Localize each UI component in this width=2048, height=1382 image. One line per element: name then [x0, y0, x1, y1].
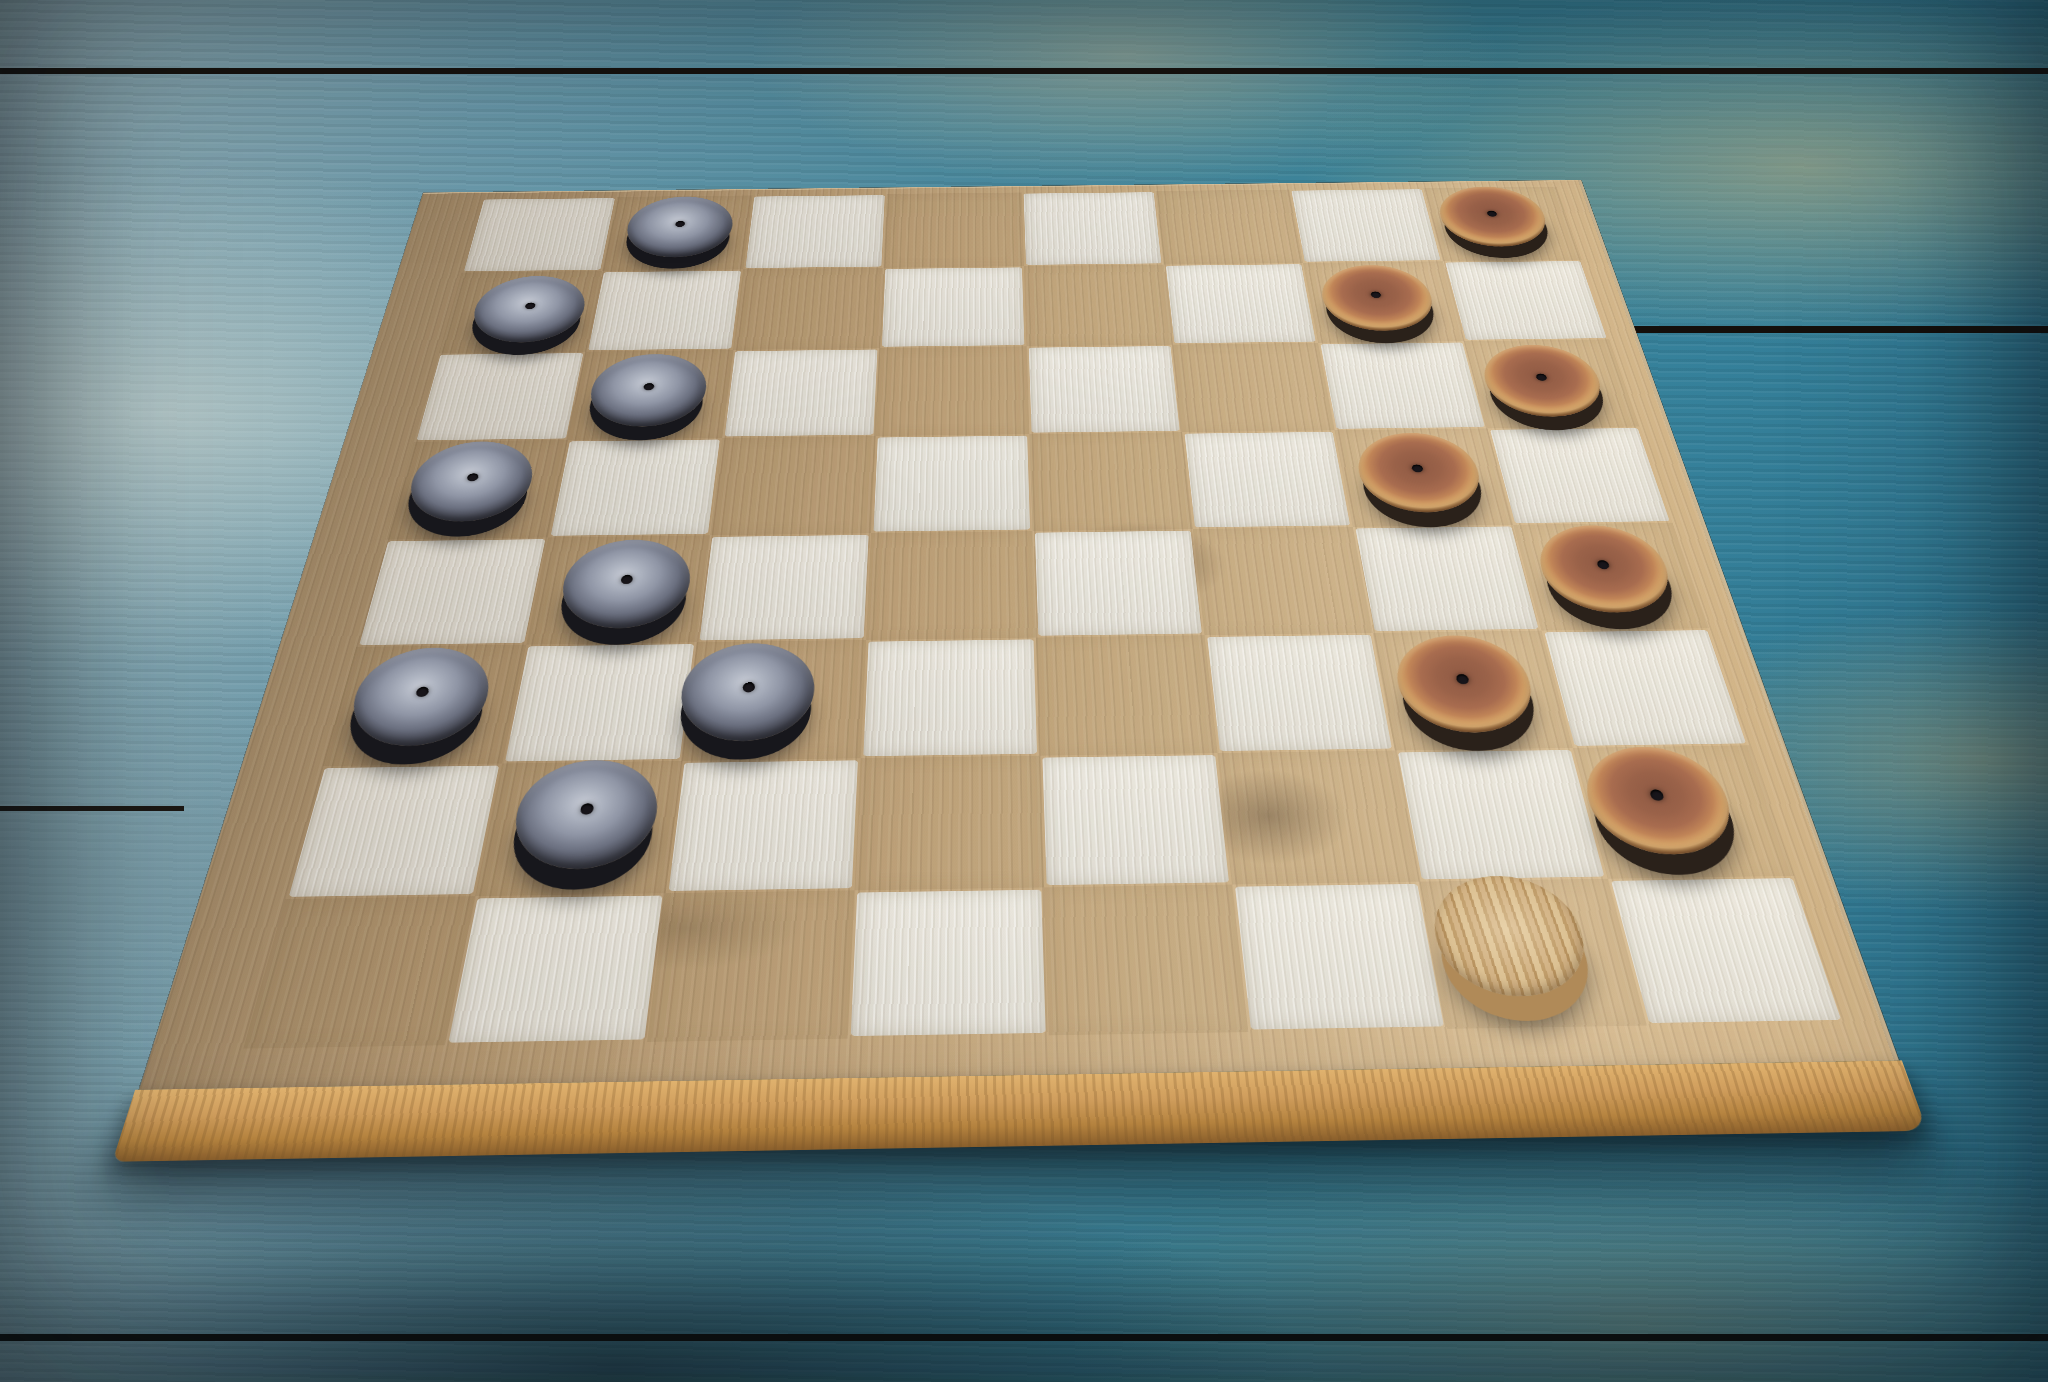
square-r2c8-painted — [1443, 260, 1610, 341]
square-r4c6-painted — [1182, 430, 1353, 528]
square-r4c4-painted — [871, 434, 1032, 533]
square-r2c2-painted — [586, 269, 743, 351]
square-r7c8-wood[interactable] — [1572, 745, 1794, 878]
square-r7c3-painted — [665, 758, 860, 893]
square-r5c7-painted — [1353, 525, 1541, 633]
table-surface — [0, 0, 2048, 1382]
square-r3c1-painted — [414, 352, 586, 442]
square-r1c4-wood[interactable] — [883, 193, 1023, 268]
square-r7c5-painted — [1039, 753, 1232, 887]
square-r1c1-painted — [461, 197, 617, 273]
square-r8c5-wood[interactable] — [1044, 884, 1249, 1035]
square-r2c7-wood[interactable] — [1303, 261, 1464, 343]
square-r2c6-painted — [1164, 263, 1319, 345]
square-r2c3-wood[interactable] — [733, 268, 883, 350]
square-r6c3-wood[interactable] — [682, 640, 866, 761]
checker-light-r4c7[interactable] — [1351, 432, 1487, 512]
checker-dark-r4c1[interactable] — [401, 441, 540, 522]
square-r1c5-painted — [1021, 191, 1163, 266]
square-r6c1-wood[interactable] — [323, 644, 527, 766]
board-front-edge — [112, 1060, 1927, 1161]
square-r7c4-wood[interactable] — [855, 755, 1044, 890]
checker-dark-r6c1[interactable] — [341, 647, 498, 747]
square-r5c1-painted — [356, 537, 548, 647]
square-r4c8-painted — [1487, 427, 1672, 525]
square-r5c6-wood[interactable] — [1193, 527, 1373, 635]
square-r4c5-wood[interactable] — [1029, 432, 1193, 530]
square-r1c6-wood[interactable] — [1155, 190, 1303, 265]
checker-light-r5c8[interactable] — [1530, 525, 1680, 613]
checkers-board — [139, 180, 1899, 1090]
square-r5c3-painted — [697, 533, 872, 642]
square-r1c2-wood[interactable] — [602, 195, 752, 271]
square-r8c7-wood[interactable] — [1420, 879, 1647, 1029]
checker-light-r3c8[interactable] — [1476, 344, 1611, 417]
square-r4c3-wood[interactable] — [710, 436, 876, 535]
square-r4c2-painted — [548, 438, 722, 537]
checker-dark-r3c2[interactable] — [584, 353, 710, 427]
square-r7c1-painted — [285, 763, 502, 899]
square-r3c4-wood[interactable] — [876, 346, 1029, 436]
square-r8c6-painted — [1232, 882, 1448, 1033]
checker-dark-r7c2[interactable] — [506, 759, 663, 869]
square-r6c6-painted — [1204, 633, 1395, 753]
square-r1c7-painted — [1289, 188, 1442, 263]
square-r8c3-wood[interactable] — [647, 890, 855, 1042]
square-r3c7-painted — [1318, 341, 1487, 430]
checker-light-r1c8[interactable] — [1433, 186, 1554, 247]
checker-dark-r2c1[interactable] — [466, 275, 591, 343]
square-r3c8-wood[interactable] — [1464, 340, 1639, 429]
square-r7c2-wood[interactable] — [476, 761, 682, 896]
checker-dark-r1c2[interactable] — [622, 196, 736, 258]
square-r8c4-painted — [848, 887, 1048, 1038]
square-r6c4-painted — [861, 637, 1040, 758]
square-r6c7-wood[interactable] — [1373, 630, 1572, 750]
board-perspective-wrap — [139, 180, 1899, 1090]
square-r3c2-wood[interactable] — [568, 350, 733, 440]
checker-light-r7c8[interactable] — [1575, 746, 1745, 855]
square-r6c2-painted — [503, 642, 697, 763]
checker-dark-r6c3[interactable] — [676, 643, 818, 742]
square-r1c3-painted — [743, 194, 887, 269]
checker-light-r2c7[interactable] — [1316, 264, 1439, 331]
square-r3c6-wood[interactable] — [1172, 343, 1334, 432]
square-r2c1-wood[interactable] — [439, 271, 603, 354]
square-r7c7-painted — [1395, 748, 1607, 882]
square-r1c8-wood[interactable] — [1423, 187, 1582, 262]
square-r8c8-painted — [1607, 876, 1845, 1026]
square-r5c2-wood[interactable] — [527, 535, 710, 644]
square-r7c6-wood[interactable] — [1217, 750, 1419, 884]
square-r4c7-wood[interactable] — [1335, 429, 1513, 527]
checker-dark-r5c2[interactable] — [555, 539, 695, 629]
checker-light-r6c7[interactable] — [1389, 635, 1542, 733]
square-r3c3-painted — [722, 348, 880, 438]
square-r8c2-painted — [445, 893, 665, 1045]
square-r6c8-painted — [1541, 628, 1749, 748]
square-r8c1-wood[interactable] — [243, 896, 475, 1048]
square-r2c4-painted — [880, 266, 1026, 348]
square-r3c5-painted — [1026, 345, 1182, 435]
square-r5c4-wood[interactable] — [866, 531, 1035, 640]
checker-pine-r8c7[interactable] — [1424, 875, 1596, 997]
square-r2c5-wood[interactable] — [1024, 265, 1173, 347]
square-r4c1-wood[interactable] — [386, 440, 568, 539]
square-r6c5-wood[interactable] — [1036, 635, 1218, 755]
square-r5c5-painted — [1032, 529, 1204, 638]
square-r5c8-wood[interactable] — [1513, 522, 1709, 630]
